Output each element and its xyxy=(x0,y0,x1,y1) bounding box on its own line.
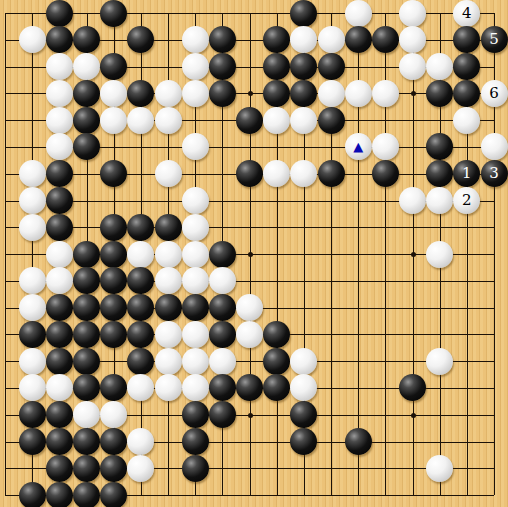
stone-black[interactable] xyxy=(318,160,345,187)
stone-black[interactable] xyxy=(453,53,480,80)
stone-black[interactable] xyxy=(182,455,209,482)
stone-black[interactable] xyxy=(73,455,100,482)
stone-black[interactable] xyxy=(127,214,154,241)
stone-white[interactable] xyxy=(46,267,73,294)
stone-black[interactable] xyxy=(236,160,263,187)
stone-white[interactable] xyxy=(399,0,426,27)
stone-white[interactable] xyxy=(372,133,399,160)
stone-white[interactable] xyxy=(155,267,182,294)
star-point xyxy=(248,252,253,257)
stone-black[interactable] xyxy=(73,107,100,134)
stone-white[interactable] xyxy=(100,80,127,107)
stone-white[interactable]: 2 xyxy=(453,187,480,214)
stone-white[interactable] xyxy=(155,348,182,375)
stone-white[interactable] xyxy=(127,107,154,134)
stone-black[interactable] xyxy=(426,133,453,160)
stone-white[interactable]: ▲ xyxy=(345,133,372,160)
stone-black[interactable] xyxy=(209,26,236,53)
stone-white[interactable] xyxy=(19,26,46,53)
stone-white[interactable] xyxy=(182,348,209,375)
stone-black[interactable] xyxy=(290,428,317,455)
stone-white[interactable] xyxy=(182,321,209,348)
stone-black[interactable] xyxy=(100,160,127,187)
stone-white[interactable] xyxy=(263,107,290,134)
stone-black[interactable] xyxy=(19,401,46,428)
stone-white[interactable] xyxy=(127,241,154,268)
stone-black[interactable] xyxy=(100,455,127,482)
stone-black[interactable] xyxy=(209,401,236,428)
stone-black[interactable] xyxy=(453,26,480,53)
stone-black[interactable] xyxy=(100,374,127,401)
stone-white[interactable] xyxy=(46,53,73,80)
stone-black[interactable] xyxy=(46,294,73,321)
stone-black[interactable] xyxy=(73,80,100,107)
stone-white[interactable] xyxy=(236,321,263,348)
stone-black[interactable] xyxy=(46,214,73,241)
move-number-label: 1 xyxy=(462,166,472,181)
move-number-label: 2 xyxy=(462,193,472,208)
stone-black[interactable] xyxy=(155,294,182,321)
stone-white[interactable] xyxy=(100,107,127,134)
move-number-label: 6 xyxy=(489,86,499,101)
move-number-label: 3 xyxy=(489,166,499,181)
stone-black[interactable]: 3 xyxy=(481,160,508,187)
stone-black[interactable] xyxy=(46,455,73,482)
stone-black[interactable] xyxy=(73,26,100,53)
stone-white[interactable] xyxy=(46,374,73,401)
stone-black[interactable] xyxy=(290,0,317,27)
stone-black[interactable] xyxy=(127,321,154,348)
stone-white[interactable]: 4 xyxy=(453,0,480,27)
stone-white[interactable] xyxy=(19,374,46,401)
stone-white[interactable] xyxy=(73,401,100,428)
stone-black[interactable] xyxy=(290,53,317,80)
stone-black[interactable] xyxy=(19,321,46,348)
stone-black[interactable] xyxy=(182,401,209,428)
stone-black[interactable] xyxy=(426,160,453,187)
stone-black[interactable] xyxy=(263,321,290,348)
triangle-marker-icon: ▲ xyxy=(353,140,363,153)
stone-black[interactable] xyxy=(399,374,426,401)
move-number-label: 5 xyxy=(489,32,499,47)
stone-white[interactable] xyxy=(209,348,236,375)
stone-white[interactable] xyxy=(426,241,453,268)
stone-white[interactable] xyxy=(182,187,209,214)
stone-black[interactable] xyxy=(46,160,73,187)
stone-white[interactable] xyxy=(345,80,372,107)
stone-white[interactable] xyxy=(19,294,46,321)
stone-black[interactable] xyxy=(209,53,236,80)
stone-white[interactable] xyxy=(127,428,154,455)
go-board[interactable]: 456▲132 xyxy=(0,0,508,507)
stone-black[interactable] xyxy=(73,133,100,160)
stone-black[interactable] xyxy=(46,482,73,507)
stone-black[interactable] xyxy=(155,214,182,241)
star-point xyxy=(411,252,416,257)
stone-black[interactable] xyxy=(46,0,73,27)
stone-black[interactable] xyxy=(209,294,236,321)
stone-white[interactable] xyxy=(318,26,345,53)
stone-black[interactable] xyxy=(100,321,127,348)
stone-white[interactable] xyxy=(127,374,154,401)
stone-black[interactable] xyxy=(182,428,209,455)
stone-black[interactable] xyxy=(73,374,100,401)
star-point xyxy=(248,91,253,96)
stone-white[interactable] xyxy=(155,80,182,107)
stone-black[interactable] xyxy=(263,26,290,53)
stone-black[interactable] xyxy=(46,401,73,428)
stone-white[interactable] xyxy=(127,455,154,482)
stone-white[interactable] xyxy=(155,241,182,268)
stone-white[interactable] xyxy=(263,160,290,187)
stone-white[interactable] xyxy=(182,241,209,268)
stone-black[interactable] xyxy=(209,80,236,107)
stone-black[interactable] xyxy=(127,80,154,107)
stone-black[interactable] xyxy=(318,107,345,134)
stone-black[interactable] xyxy=(100,294,127,321)
stone-black[interactable] xyxy=(100,482,127,507)
stone-white[interactable] xyxy=(290,26,317,53)
stone-white[interactable] xyxy=(19,267,46,294)
stone-black[interactable] xyxy=(19,482,46,507)
stone-white[interactable] xyxy=(399,26,426,53)
stone-black[interactable] xyxy=(318,53,345,80)
stone-white[interactable]: 6 xyxy=(481,80,508,107)
stone-black[interactable] xyxy=(127,267,154,294)
stone-black[interactable] xyxy=(100,241,127,268)
stone-white[interactable] xyxy=(46,107,73,134)
stone-black[interactable] xyxy=(236,374,263,401)
stone-black[interactable] xyxy=(73,428,100,455)
stone-black[interactable] xyxy=(73,321,100,348)
stone-black[interactable] xyxy=(209,374,236,401)
stone-white[interactable] xyxy=(453,107,480,134)
stone-white[interactable] xyxy=(182,53,209,80)
star-point xyxy=(411,413,416,418)
move-number-label: 4 xyxy=(462,6,472,21)
stone-white[interactable] xyxy=(155,107,182,134)
stone-white[interactable] xyxy=(155,321,182,348)
stone-white[interactable] xyxy=(182,26,209,53)
stone-white[interactable] xyxy=(426,53,453,80)
stone-white[interactable] xyxy=(345,0,372,27)
stone-black[interactable] xyxy=(263,348,290,375)
stone-white[interactable] xyxy=(318,80,345,107)
stone-white[interactable] xyxy=(19,187,46,214)
stone-white[interactable] xyxy=(182,133,209,160)
stone-white[interactable] xyxy=(19,160,46,187)
stone-black[interactable] xyxy=(127,294,154,321)
stone-black[interactable] xyxy=(263,374,290,401)
stone-white[interactable] xyxy=(182,374,209,401)
screenshot-root: 456▲132 xyxy=(0,0,508,507)
stone-black[interactable] xyxy=(345,428,372,455)
stone-white[interactable] xyxy=(399,53,426,80)
star-point xyxy=(248,413,253,418)
stone-black[interactable] xyxy=(19,428,46,455)
stone-black[interactable] xyxy=(100,0,127,27)
stone-black[interactable] xyxy=(46,26,73,53)
stone-white[interactable] xyxy=(426,455,453,482)
stone-black[interactable] xyxy=(290,80,317,107)
stone-white[interactable] xyxy=(399,187,426,214)
stone-white[interactable] xyxy=(46,241,73,268)
stone-black[interactable] xyxy=(236,107,263,134)
stone-white[interactable] xyxy=(155,160,182,187)
stone-white[interactable] xyxy=(426,348,453,375)
stone-white[interactable] xyxy=(236,294,263,321)
star-point xyxy=(411,91,416,96)
stone-black[interactable] xyxy=(73,482,100,507)
stone-black[interactable] xyxy=(127,26,154,53)
stone-black[interactable] xyxy=(46,348,73,375)
stone-white[interactable] xyxy=(209,267,236,294)
stone-black[interactable] xyxy=(290,401,317,428)
stone-white[interactable] xyxy=(155,374,182,401)
stone-white[interactable] xyxy=(372,80,399,107)
stone-white[interactable] xyxy=(182,214,209,241)
stone-black[interactable] xyxy=(182,294,209,321)
stone-black[interactable] xyxy=(46,187,73,214)
stone-white[interactable] xyxy=(426,187,453,214)
stone-black[interactable] xyxy=(209,241,236,268)
stone-black[interactable] xyxy=(263,53,290,80)
stone-black[interactable] xyxy=(73,294,100,321)
stone-white[interactable] xyxy=(19,348,46,375)
stone-black[interactable] xyxy=(345,26,372,53)
stone-black[interactable] xyxy=(209,321,236,348)
stone-black[interactable] xyxy=(263,80,290,107)
stone-white[interactable] xyxy=(182,267,209,294)
stone-black[interactable] xyxy=(100,53,127,80)
stone-white[interactable] xyxy=(46,80,73,107)
stone-white[interactable] xyxy=(182,80,209,107)
stone-black[interactable] xyxy=(73,267,100,294)
stone-black[interactable] xyxy=(426,80,453,107)
stone-black[interactable] xyxy=(46,428,73,455)
stone-black[interactable]: 1 xyxy=(453,160,480,187)
stone-white[interactable] xyxy=(19,214,46,241)
stone-black[interactable] xyxy=(372,160,399,187)
stone-black[interactable] xyxy=(100,214,127,241)
stone-black[interactable] xyxy=(73,241,100,268)
stone-white[interactable] xyxy=(46,133,73,160)
stone-black[interactable] xyxy=(46,321,73,348)
stone-white[interactable] xyxy=(290,348,317,375)
stone-black[interactable] xyxy=(453,80,480,107)
stone-white[interactable] xyxy=(481,133,508,160)
stone-white[interactable] xyxy=(290,107,317,134)
stone-white[interactable] xyxy=(73,53,100,80)
stone-black[interactable] xyxy=(372,26,399,53)
stone-black[interactable] xyxy=(73,348,100,375)
stone-black[interactable] xyxy=(100,428,127,455)
stone-white[interactable] xyxy=(290,374,317,401)
stone-black[interactable] xyxy=(127,348,154,375)
stone-black[interactable]: 5 xyxy=(481,26,508,53)
stone-black[interactable] xyxy=(100,267,127,294)
stone-white[interactable] xyxy=(290,160,317,187)
stone-white[interactable] xyxy=(100,401,127,428)
